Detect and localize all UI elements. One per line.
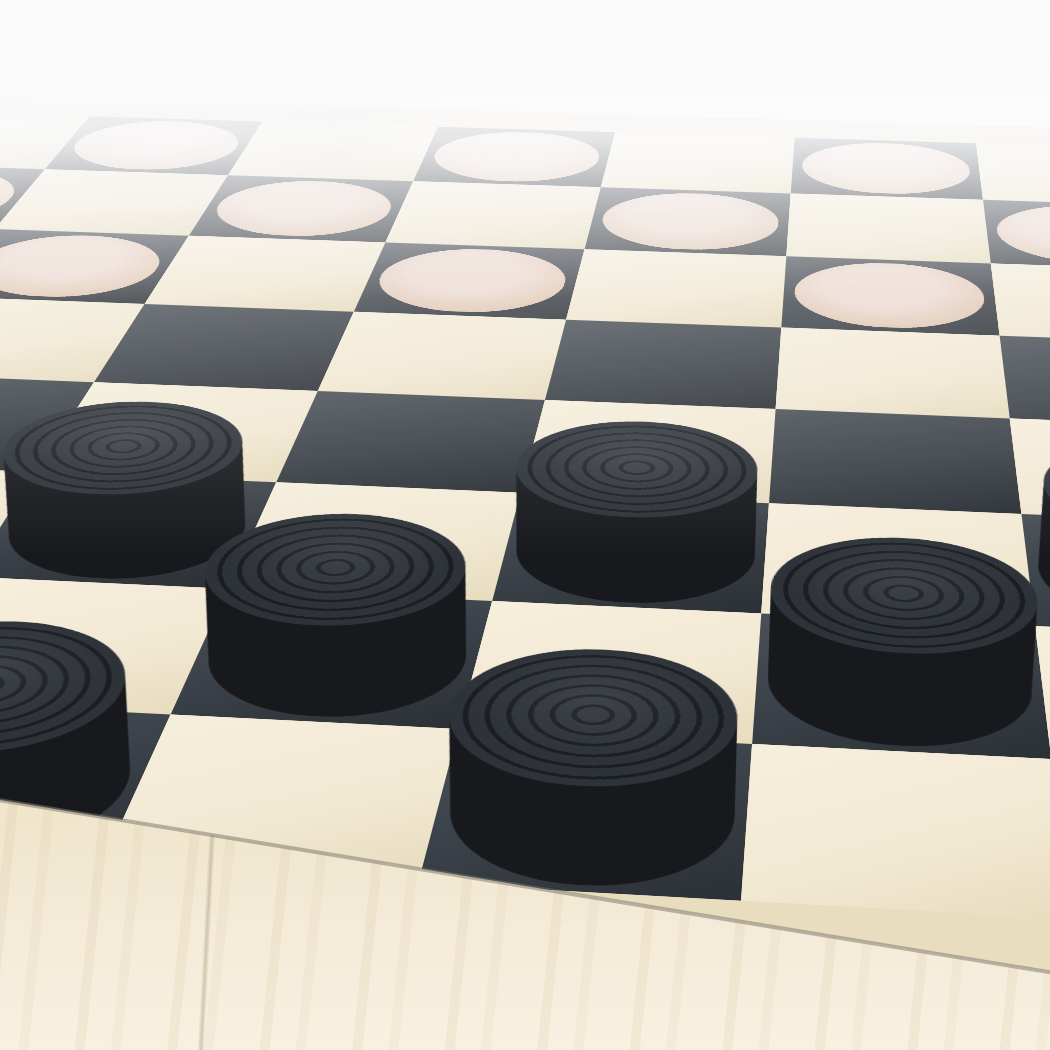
board-square-light	[228, 121, 438, 181]
board-square-light	[991, 263, 1050, 343]
board-square-light	[601, 132, 795, 193]
black-checker	[764, 619, 1039, 753]
black-checker	[184, 594, 480, 723]
board-square-light	[976, 143, 1050, 206]
board-square-dark	[769, 409, 1021, 514]
board-square-light	[385, 181, 600, 249]
board-square-light	[741, 744, 1050, 919]
checker-top-face	[801, 141, 973, 197]
board-square-dark	[545, 320, 781, 409]
black-checker	[432, 735, 740, 893]
board-square-light	[566, 249, 786, 327]
photo-scene	[0, 0, 1050, 1050]
checker-top-face	[201, 179, 402, 239]
light-checker	[424, 130, 605, 184]
board-square-light	[776, 328, 1010, 419]
board-square-dark	[276, 391, 545, 493]
checker-top-face	[424, 130, 605, 184]
checkers-board	[0, 92, 1050, 1031]
board-square-light	[318, 312, 566, 400]
light-checker	[201, 179, 402, 239]
board-square-light	[786, 194, 990, 264]
board-square-light	[145, 236, 386, 312]
perspective-scene	[0, 0, 1050, 1050]
light-checker	[801, 141, 973, 197]
